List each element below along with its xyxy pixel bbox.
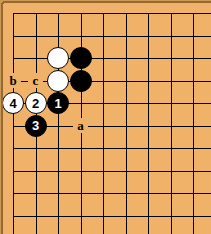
board-edge-corner: [0, 0, 4, 4]
white-stone: [47, 47, 69, 69]
point-label-c: c: [28, 73, 43, 88]
move-number: 4: [9, 97, 16, 110]
board-points-grid: 1234bca: [2, 2, 205, 227]
black-stone: [70, 47, 92, 69]
go-board: 1234bca: [0, 0, 211, 234]
move-number: 3: [32, 119, 39, 132]
black-stone: [70, 70, 92, 92]
board-edge-top: [0, 0, 211, 3]
move-number: 1: [54, 97, 61, 110]
point-label-a: a: [73, 118, 88, 133]
move-number: 2: [32, 97, 39, 110]
black-stone-move-3: 3: [25, 115, 47, 137]
white-stone-move-4: 4: [2, 92, 24, 114]
white-stone: [47, 70, 69, 92]
white-stone-move-2: 2: [25, 92, 47, 114]
black-stone-move-1: 1: [47, 92, 69, 114]
board-edge-left: [0, 0, 3, 234]
point-label-b: b: [6, 73, 21, 88]
